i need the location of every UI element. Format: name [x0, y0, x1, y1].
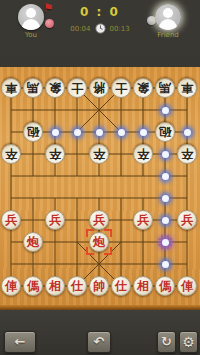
- piece-red-兵[interactable]: 兵: [1, 210, 21, 230]
- move-hint-dot[interactable]: [184, 129, 191, 136]
- piece-black-象[interactable]: 象: [45, 78, 65, 98]
- piece-black-象[interactable]: 象: [133, 78, 153, 98]
- piece-red-俥[interactable]: 俥: [1, 276, 21, 296]
- piece-red-兵[interactable]: 兵: [45, 210, 65, 230]
- piece-black-卒[interactable]: 卒: [177, 144, 197, 164]
- move-hint-dot[interactable]: [162, 261, 169, 268]
- back-button[interactable]: ←: [4, 331, 36, 353]
- move-hint-dot[interactable]: [118, 129, 125, 136]
- last-move-bracket: [86, 229, 112, 255]
- piece-red-兵[interactable]: 兵: [133, 210, 153, 230]
- refresh-button[interactable]: ↻: [157, 331, 176, 353]
- move-hint-dot[interactable]: [52, 129, 59, 136]
- top-bar: ⚑ You 0 : 0 00:04 00:13 Friend: [0, 0, 200, 67]
- board-grid: [0, 67, 200, 305]
- move-hint-dot[interactable]: [96, 129, 103, 136]
- piece-black-士[interactable]: 士: [67, 78, 87, 98]
- piece-black-馬[interactable]: 馬: [23, 78, 43, 98]
- piece-red-傌[interactable]: 傌: [155, 276, 175, 296]
- piece-red-帥[interactable]: 帥: [89, 276, 109, 296]
- piece-black-士[interactable]: 士: [111, 78, 131, 98]
- xiangqi-app: ⚑ You 0 : 0 00:04 00:13 Friend: [0, 0, 200, 355]
- piece-red-傌[interactable]: 傌: [23, 276, 43, 296]
- piece-black-馬[interactable]: 馬: [155, 78, 175, 98]
- avatar-friend[interactable]: [155, 4, 181, 30]
- move-hint-dot[interactable]: [162, 107, 169, 114]
- xiangqi-board[interactable]: 車馬象士將士象馬車砲砲卒卒卒卒卒兵兵兵兵兵炮炮俥傌相仕帥仕相傌俥: [0, 67, 200, 305]
- bottom-toolbar: ← ↶ ↻ ⚙: [0, 310, 200, 355]
- clock-icon: [95, 23, 106, 34]
- piece-black-砲[interactable]: 砲: [23, 122, 43, 142]
- move-hint-dot[interactable]: [74, 129, 81, 136]
- piece-black-卒[interactable]: 卒: [1, 144, 21, 164]
- piece-red-相[interactable]: 相: [133, 276, 153, 296]
- piece-red-相[interactable]: 相: [45, 276, 65, 296]
- piece-black-卒[interactable]: 卒: [89, 144, 109, 164]
- piece-red-俥[interactable]: 俥: [177, 276, 197, 296]
- timer-left: 00:04: [70, 25, 90, 33]
- piece-red-仕[interactable]: 仕: [111, 276, 131, 296]
- settings-gear-button[interactable]: ⚙: [179, 331, 198, 353]
- person-icon: [159, 19, 177, 30]
- piece-black-砲[interactable]: 砲: [155, 122, 175, 142]
- piece-red-兵[interactable]: 兵: [89, 210, 109, 230]
- last-move-origin-dot[interactable]: [162, 239, 169, 246]
- piece-red-仕[interactable]: 仕: [67, 276, 87, 296]
- undo-button[interactable]: ↶: [87, 331, 111, 353]
- person-icon: [163, 8, 173, 18]
- player-name-friend: Friend: [146, 31, 190, 39]
- piece-red-炮[interactable]: 炮: [23, 232, 43, 252]
- timer-right: 00:13: [110, 25, 130, 33]
- move-hint-dot[interactable]: [162, 195, 169, 202]
- piece-black-卒[interactable]: 卒: [45, 144, 65, 164]
- piece-black-車[interactable]: 車: [1, 78, 21, 98]
- move-hint-dot[interactable]: [162, 173, 169, 180]
- move-hint-dot[interactable]: [162, 217, 169, 224]
- piece-red-兵[interactable]: 兵: [177, 210, 197, 230]
- piece-black-將[interactable]: 將: [89, 78, 109, 98]
- piece-black-卒[interactable]: 卒: [133, 144, 153, 164]
- piece-black-車[interactable]: 車: [177, 78, 197, 98]
- move-hint-dot[interactable]: [162, 151, 169, 158]
- move-hint-dot[interactable]: [140, 129, 147, 136]
